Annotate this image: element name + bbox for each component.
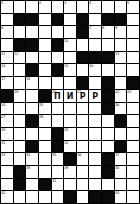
black-cell-r10c4 bbox=[52, 128, 64, 140]
cell-r11c6[interactable] bbox=[77, 141, 89, 153]
clue-number: 19 bbox=[14, 90, 18, 94]
cell-r9c0[interactable]: 27 bbox=[1, 115, 13, 127]
cell-r2c7[interactable]: 7 bbox=[89, 26, 101, 38]
black-cell-r15c5 bbox=[64, 191, 76, 203]
cell-r14c5[interactable] bbox=[64, 179, 76, 191]
cell-r7c10[interactable]: 23 bbox=[127, 90, 139, 102]
cell-r2c10[interactable] bbox=[127, 26, 139, 38]
clue-number: 39 bbox=[64, 166, 68, 170]
clue-number: 7 bbox=[89, 26, 91, 30]
black-cell-r12c5 bbox=[64, 153, 76, 165]
cell-letter: Р bbox=[89, 90, 101, 102]
cell-r6c3[interactable] bbox=[39, 77, 51, 89]
cell-r9c8[interactable] bbox=[102, 115, 114, 127]
cell-r10c10[interactable] bbox=[127, 128, 139, 140]
cell-r11c5[interactable]: 32 bbox=[64, 141, 76, 153]
black-cell-r5c4 bbox=[52, 64, 64, 76]
cell-r5c6[interactable] bbox=[77, 64, 89, 76]
clue-number: 1 bbox=[1, 1, 3, 5]
cell-r5c1[interactable] bbox=[14, 64, 26, 76]
cell-r10c1[interactable] bbox=[14, 128, 26, 140]
black-cell-r3c4 bbox=[52, 39, 64, 51]
cell-r6c9[interactable] bbox=[115, 77, 127, 89]
clue-number: 38 bbox=[26, 166, 30, 170]
cell-r8c6[interactable] bbox=[77, 103, 89, 115]
black-cell-r5c2 bbox=[26, 64, 38, 76]
clue-number: 29 bbox=[1, 128, 5, 132]
black-cell-r1c6 bbox=[77, 14, 89, 26]
clue-number: 42 bbox=[1, 191, 5, 195]
cell-r14c8[interactable] bbox=[102, 179, 114, 191]
cell-r12c2[interactable]: 34 bbox=[26, 153, 38, 165]
cell-r13c9[interactable]: 40 bbox=[115, 166, 127, 178]
crossword-grid: 1234567891011121314151617181920ПИ21РР222… bbox=[0, 0, 140, 204]
cell-letter: И bbox=[64, 90, 76, 102]
clue-number: 12 bbox=[14, 52, 18, 56]
cell-r6c1[interactable] bbox=[14, 77, 26, 89]
cell-r8c4[interactable] bbox=[52, 103, 64, 115]
black-cell-r14c1 bbox=[14, 179, 26, 191]
cell-r11c10[interactable] bbox=[127, 141, 139, 153]
cell-r2c8[interactable]: 8 bbox=[102, 26, 114, 38]
clue-number: 15 bbox=[64, 64, 68, 68]
clue-number: 8 bbox=[102, 26, 104, 30]
cell-r4c3[interactable] bbox=[39, 52, 51, 64]
black-cell-r1c2 bbox=[26, 14, 38, 26]
cell-r13c6[interactable] bbox=[77, 166, 89, 178]
clue-number: 31 bbox=[1, 141, 5, 145]
clue-number: 36 bbox=[77, 153, 81, 157]
cell-r0c2[interactable] bbox=[26, 1, 38, 13]
black-cell-r15c7 bbox=[89, 191, 101, 203]
cell-r12c3[interactable] bbox=[39, 153, 51, 165]
cell-r9c3[interactable]: 28 bbox=[39, 115, 51, 127]
cell-r2c0[interactable]: 6 bbox=[1, 26, 13, 38]
cell-r8c5[interactable] bbox=[64, 103, 76, 115]
cell-r4c9[interactable]: 13 bbox=[115, 52, 127, 64]
cell-r8c1[interactable] bbox=[14, 103, 26, 115]
cell-r5c0[interactable]: 14 bbox=[1, 64, 13, 76]
black-cell-r7c8 bbox=[102, 90, 114, 102]
cell-r3c9[interactable] bbox=[115, 39, 127, 51]
cell-r7c5[interactable]: И bbox=[64, 90, 76, 102]
black-cell-r11c9 bbox=[115, 141, 127, 153]
cell-r5c7[interactable]: 16 bbox=[89, 64, 101, 76]
cell-r7c6[interactable]: 21Р bbox=[77, 90, 89, 102]
cell-r2c5[interactable] bbox=[64, 26, 76, 38]
clue-number: 33 bbox=[1, 153, 5, 157]
cell-r14c2[interactable] bbox=[26, 179, 38, 191]
cell-r1c10[interactable] bbox=[127, 14, 139, 26]
cell-r12c7[interactable] bbox=[89, 153, 101, 165]
cell-r13c4[interactable] bbox=[52, 166, 64, 178]
cell-r13c3[interactable] bbox=[39, 166, 51, 178]
black-cell-r2c6 bbox=[77, 26, 89, 38]
cell-r3c7[interactable] bbox=[89, 39, 101, 51]
black-cell-r14c3 bbox=[39, 179, 51, 191]
cell-r4c4[interactable] bbox=[52, 52, 64, 64]
cell-r4c1[interactable]: 12 bbox=[14, 52, 26, 64]
cell-r0c1[interactable] bbox=[14, 1, 26, 13]
cell-r10c5[interactable]: 30 bbox=[64, 128, 76, 140]
cell-r3c0[interactable] bbox=[1, 39, 13, 51]
cell-r3c8[interactable] bbox=[102, 39, 114, 51]
cell-r6c0[interactable]: 17 bbox=[1, 77, 13, 89]
cell-r12c9[interactable]: 37 bbox=[115, 153, 127, 165]
black-cell-r7c3 bbox=[39, 90, 51, 102]
cell-r15c1[interactable] bbox=[14, 191, 26, 203]
cell-r5c8[interactable] bbox=[102, 64, 114, 76]
cell-r15c3[interactable] bbox=[39, 191, 51, 203]
cell-r4c10[interactable] bbox=[127, 52, 139, 64]
cell-r13c5[interactable]: 39 bbox=[64, 166, 76, 178]
clue-number: 18 bbox=[26, 77, 30, 81]
cell-r3c3[interactable] bbox=[39, 39, 51, 51]
cell-r14c6[interactable] bbox=[77, 179, 89, 191]
black-cell-r1c9 bbox=[115, 14, 127, 26]
cell-r11c1[interactable] bbox=[14, 141, 26, 153]
clue-number: 35 bbox=[52, 153, 56, 157]
cell-r12c10[interactable] bbox=[127, 153, 139, 165]
clue-number: 6 bbox=[1, 26, 3, 30]
cell-r2c9[interactable]: 9 bbox=[115, 26, 127, 38]
cell-r5c5[interactable]: 15 bbox=[64, 64, 76, 76]
cell-r9c7[interactable] bbox=[89, 115, 101, 127]
cell-r15c9[interactable]: 43 bbox=[115, 191, 127, 203]
cell-r0c6[interactable] bbox=[77, 1, 89, 13]
black-cell-r6c6 bbox=[77, 77, 89, 89]
cell-r1c5[interactable] bbox=[64, 14, 76, 26]
black-cell-r1c1 bbox=[14, 14, 26, 26]
clue-number: 43 bbox=[115, 191, 119, 195]
clue-number: 40 bbox=[115, 166, 119, 170]
cell-r0c10[interactable]: 5 bbox=[127, 1, 139, 13]
cell-r12c6[interactable]: 36 bbox=[77, 153, 89, 165]
cell-r0c5[interactable]: 3 bbox=[64, 1, 76, 13]
cell-r0c3[interactable]: 2 bbox=[39, 1, 51, 13]
cell-r7c1[interactable]: 19 bbox=[14, 90, 26, 102]
clue-number: 30 bbox=[64, 128, 68, 132]
cell-r14c0[interactable] bbox=[1, 179, 13, 191]
clue-number: 10 bbox=[64, 39, 68, 43]
cell-r2c4[interactable] bbox=[52, 26, 64, 38]
clue-number: 28 bbox=[39, 115, 43, 119]
cell-r13c10[interactable] bbox=[127, 166, 139, 178]
black-cell-r3c2 bbox=[26, 39, 38, 51]
cell-r6c5[interactable] bbox=[64, 77, 76, 89]
cell-letter: П bbox=[52, 90, 64, 102]
cell-r1c3[interactable] bbox=[39, 14, 51, 26]
cell-r11c3[interactable] bbox=[39, 141, 51, 153]
clue-number: 17 bbox=[1, 77, 5, 81]
cell-r8c9[interactable]: 26 bbox=[115, 103, 127, 115]
clue-number: 14 bbox=[1, 64, 5, 68]
cell-r9c10[interactable] bbox=[127, 115, 139, 127]
cell-r10c8[interactable] bbox=[102, 128, 114, 140]
cell-r6c4[interactable] bbox=[52, 77, 64, 89]
cell-r7c4[interactable]: 20П bbox=[52, 90, 64, 102]
black-cell-r3c1 bbox=[14, 39, 26, 51]
cell-r10c0[interactable]: 29 bbox=[1, 128, 13, 140]
clue-number: 23 bbox=[127, 90, 131, 94]
cell-r15c6[interactable] bbox=[77, 191, 89, 203]
cell-r11c0[interactable]: 31 bbox=[1, 141, 13, 153]
cell-r10c7[interactable] bbox=[89, 128, 101, 140]
cell-r4c2[interactable] bbox=[26, 52, 38, 64]
black-cell-r4c7 bbox=[89, 52, 101, 64]
black-cell-r12c8 bbox=[102, 153, 114, 165]
clue-number: 37 bbox=[115, 153, 119, 157]
black-cell-r13c1 bbox=[14, 166, 26, 178]
cell-r6c2[interactable]: 18 bbox=[26, 77, 38, 89]
cell-r15c2[interactable] bbox=[26, 191, 38, 203]
black-cell-r8c8 bbox=[102, 103, 114, 115]
cell-r6c7[interactable] bbox=[89, 77, 101, 89]
black-cell-r11c4 bbox=[52, 141, 64, 153]
cell-r11c8[interactable] bbox=[102, 141, 114, 153]
clue-number: 24 bbox=[1, 103, 5, 107]
cell-r3c5[interactable]: 10 bbox=[64, 39, 76, 51]
clue-number: 9 bbox=[115, 26, 117, 30]
cell-r1c7[interactable] bbox=[89, 14, 101, 26]
cell-r9c6[interactable] bbox=[77, 115, 89, 127]
cell-r15c0[interactable]: 42 bbox=[1, 191, 13, 203]
cell-r1c0[interactable] bbox=[1, 14, 13, 26]
cell-r7c9[interactable]: 22 bbox=[115, 90, 127, 102]
black-cell-r13c8 bbox=[102, 166, 114, 178]
cell-r2c2[interactable] bbox=[26, 26, 38, 38]
clue-number: 4 bbox=[89, 1, 91, 5]
cell-r10c2[interactable] bbox=[26, 128, 38, 140]
cell-r7c7[interactable]: Р bbox=[89, 90, 101, 102]
clue-number: 2 bbox=[39, 1, 41, 5]
black-cell-r1c8 bbox=[102, 14, 114, 26]
cell-r10c9[interactable] bbox=[115, 128, 127, 140]
clue-number: 16 bbox=[89, 64, 93, 68]
black-cell-r9c2 bbox=[26, 115, 38, 127]
cell-r5c3[interactable] bbox=[39, 64, 51, 76]
cell-r15c4[interactable] bbox=[52, 191, 64, 203]
black-cell-r7c0 bbox=[1, 90, 13, 102]
cell-r8c10[interactable] bbox=[127, 103, 139, 115]
cell-r12c0[interactable]: 33 bbox=[1, 153, 13, 165]
clue-number: 5 bbox=[127, 1, 129, 5]
black-cell-r6c10 bbox=[127, 77, 139, 89]
black-cell-r4c6 bbox=[77, 52, 89, 64]
clue-number: 22 bbox=[115, 90, 119, 94]
cell-r3c10[interactable] bbox=[127, 39, 139, 51]
cell-r0c0[interactable]: 1 bbox=[1, 1, 13, 13]
cell-r9c5[interactable] bbox=[64, 115, 76, 127]
black-cell-r15c8 bbox=[102, 191, 114, 203]
cell-r8c7[interactable] bbox=[89, 103, 101, 115]
cell-letter: Р bbox=[77, 90, 89, 102]
cell-r3c6[interactable] bbox=[77, 39, 89, 51]
clue-number: 3 bbox=[64, 1, 66, 5]
black-cell-r9c9 bbox=[115, 115, 127, 127]
clue-number: 26 bbox=[115, 103, 119, 107]
cell-r14c9[interactable] bbox=[115, 179, 127, 191]
cell-r14c4[interactable]: 41 bbox=[52, 179, 64, 191]
cell-r9c1[interactable] bbox=[14, 115, 26, 127]
clue-number: 25 bbox=[39, 103, 43, 107]
cell-r5c10[interactable] bbox=[127, 64, 139, 76]
cell-r13c0[interactable] bbox=[1, 166, 13, 178]
cell-r2c1[interactable] bbox=[14, 26, 26, 38]
cell-r4c0[interactable]: 11 bbox=[1, 52, 13, 64]
black-cell-r6c8 bbox=[102, 77, 114, 89]
clue-number: 34 bbox=[26, 153, 30, 157]
cell-r8c2[interactable] bbox=[26, 103, 38, 115]
cell-r0c8[interactable] bbox=[102, 1, 114, 13]
clue-number: 41 bbox=[52, 179, 56, 183]
black-cell-r4c8 bbox=[102, 52, 114, 64]
cell-r8c0[interactable]: 24 bbox=[1, 103, 13, 115]
cell-r4c5[interactable] bbox=[64, 52, 76, 64]
cell-r0c4[interactable] bbox=[52, 1, 64, 13]
cell-r0c7[interactable]: 4 bbox=[89, 1, 101, 13]
cell-r8c3[interactable]: 25 bbox=[39, 103, 51, 115]
cell-r14c10[interactable] bbox=[127, 179, 139, 191]
clue-number: 27 bbox=[1, 115, 5, 119]
cell-r13c7[interactable] bbox=[89, 166, 101, 178]
cell-r10c6[interactable] bbox=[77, 128, 89, 140]
cell-r15c10[interactable] bbox=[127, 191, 139, 203]
clue-number: 32 bbox=[64, 141, 68, 145]
cell-r12c4[interactable]: 35 bbox=[52, 153, 64, 165]
black-cell-r11c2 bbox=[26, 141, 38, 153]
cell-r13c2[interactable]: 38 bbox=[26, 166, 38, 178]
cell-r9c4[interactable] bbox=[52, 115, 64, 127]
black-cell-r1c4 bbox=[52, 14, 64, 26]
cell-r5c9[interactable] bbox=[115, 64, 127, 76]
cell-r7c2[interactable] bbox=[26, 90, 38, 102]
cell-r2c3[interactable] bbox=[39, 26, 51, 38]
clue-number: 11 bbox=[1, 52, 5, 56]
cell-r12c1[interactable] bbox=[14, 153, 26, 165]
cell-r10c3[interactable] bbox=[39, 128, 51, 140]
cell-r0c9[interactable] bbox=[115, 1, 127, 13]
clue-number: 13 bbox=[115, 52, 119, 56]
cell-r11c7[interactable] bbox=[89, 141, 101, 153]
cell-r14c7[interactable] bbox=[89, 179, 101, 191]
